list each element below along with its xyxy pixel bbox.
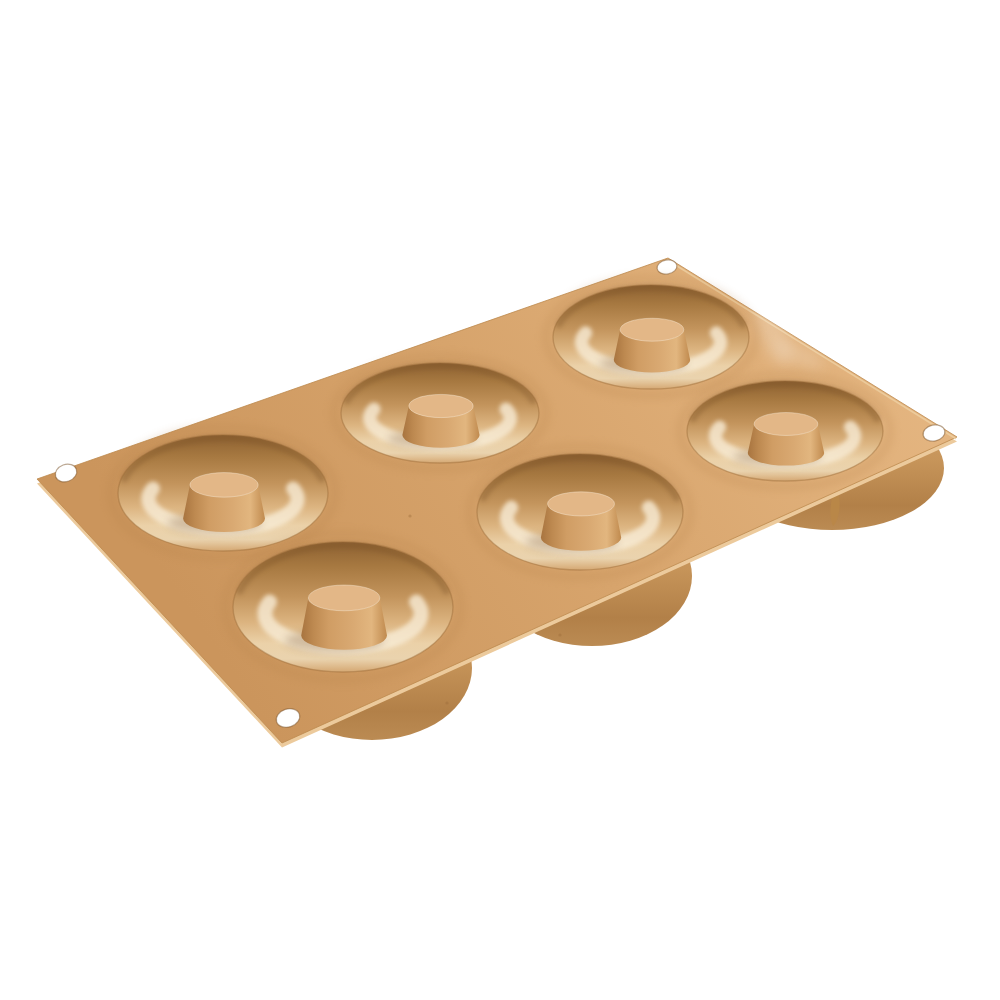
dust-speck-2	[558, 633, 561, 636]
dust-speck-0	[445, 701, 448, 704]
donut-cavity-front-left	[225, 534, 460, 680]
donut-mold-illustration	[0, 0, 1000, 1000]
cavity-post-top	[308, 585, 380, 611]
donut-cavity-back-right	[546, 279, 756, 395]
cavity-post-top	[190, 473, 258, 498]
product-photo	[0, 0, 1000, 1000]
cavity-post-top	[754, 413, 818, 436]
donut-cavity-back-middle	[334, 357, 546, 469]
cavity-post-top	[409, 394, 473, 417]
donut-cavity-front-middle	[470, 447, 690, 577]
cavity-post-top	[620, 318, 684, 341]
cavity-post-top	[548, 492, 615, 516]
donut-cavity-front-right	[680, 375, 890, 487]
dust-speck-1	[408, 514, 411, 517]
